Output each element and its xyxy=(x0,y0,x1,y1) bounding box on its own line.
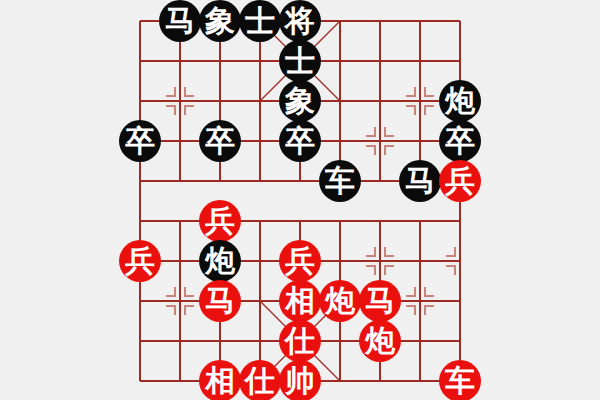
piece-black-soldier[interactable]: 卒 xyxy=(439,120,481,162)
piece-red-chariot[interactable]: 车 xyxy=(439,360,481,400)
piece-black-chariot[interactable]: 车 xyxy=(319,160,361,202)
piece-black-general[interactable]: 将 xyxy=(279,0,321,42)
piece-red-elephant[interactable]: 相 xyxy=(199,360,241,400)
piece-red-cannon[interactable]: 炮 xyxy=(359,320,401,362)
piece-black-horse[interactable]: 马 xyxy=(399,160,441,202)
piece-black-elephant[interactable]: 象 xyxy=(199,0,241,42)
piece-red-elephant[interactable]: 相 xyxy=(279,280,321,322)
piece-red-soldier[interactable]: 兵 xyxy=(119,240,161,282)
piece-red-horse[interactable]: 马 xyxy=(199,280,241,322)
piece-red-cannon[interactable]: 炮 xyxy=(319,280,361,322)
piece-black-horse[interactable]: 马 xyxy=(159,0,201,42)
piece-black-elephant[interactable]: 象 xyxy=(279,80,321,122)
piece-red-soldier[interactable]: 兵 xyxy=(439,160,481,202)
piece-black-cannon[interactable]: 炮 xyxy=(199,240,241,282)
xiangqi-board: 马象士将士象炮卒卒卒卒车马兵兵兵炮兵马相炮马仕炮相仕帅车 xyxy=(0,0,600,400)
piece-red-soldier[interactable]: 兵 xyxy=(199,200,241,242)
piece-black-soldier[interactable]: 卒 xyxy=(279,120,321,162)
piece-layer: 马象士将士象炮卒卒卒卒车马兵兵兵炮兵马相炮马仕炮相仕帅车 xyxy=(120,1,480,400)
piece-red-advisor[interactable]: 仕 xyxy=(239,360,281,400)
piece-black-soldier[interactable]: 卒 xyxy=(199,120,241,162)
piece-black-advisor[interactable]: 士 xyxy=(239,0,281,42)
piece-red-soldier[interactable]: 兵 xyxy=(279,240,321,282)
piece-red-general[interactable]: 帅 xyxy=(279,360,321,400)
piece-black-soldier[interactable]: 卒 xyxy=(119,120,161,162)
piece-red-horse[interactable]: 马 xyxy=(359,280,401,322)
piece-black-cannon[interactable]: 炮 xyxy=(439,80,481,122)
piece-black-advisor[interactable]: 士 xyxy=(279,40,321,82)
piece-red-advisor[interactable]: 仕 xyxy=(279,320,321,362)
